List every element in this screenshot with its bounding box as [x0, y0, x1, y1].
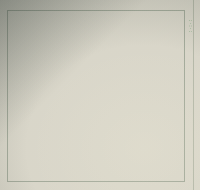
board-fold-seam: [193, 0, 194, 190]
chess-board: [8, 11, 184, 181]
chessboard-photo: :·:·:: [0, 0, 200, 190]
